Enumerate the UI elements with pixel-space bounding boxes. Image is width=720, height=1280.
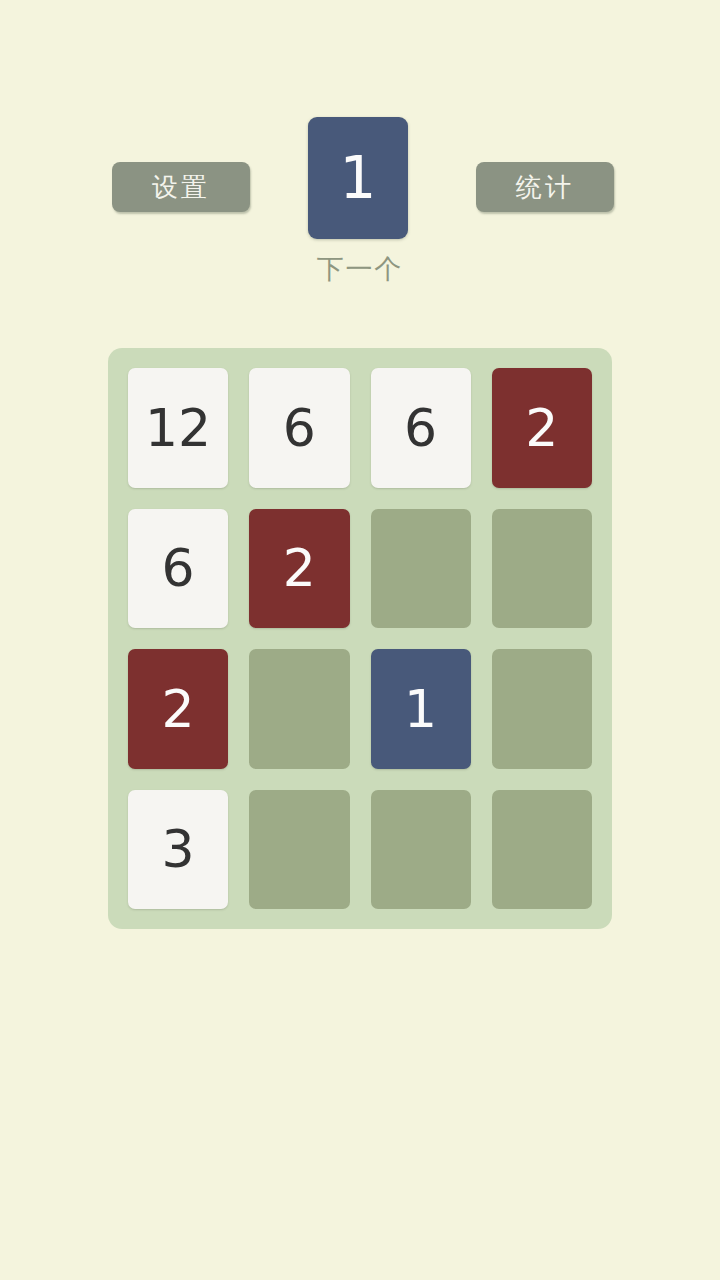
tile-3-r4c1[interactable]: 3 (128, 790, 228, 910)
board-grid[interactable]: 1266262213 (128, 368, 592, 909)
tile-2-r3c1[interactable]: 2 (128, 649, 228, 769)
tile-1-r3c3[interactable]: 1 (371, 649, 471, 769)
tile-6-r1c2[interactable]: 6 (249, 368, 349, 488)
cell-empty-r4c3[interactable] (371, 790, 471, 910)
tile-2-r1c4[interactable]: 2 (492, 368, 592, 488)
game-board[interactable]: 1266262213 (108, 348, 612, 929)
tile-2-r2c2[interactable]: 2 (249, 509, 349, 629)
settings-button[interactable]: 设置 (112, 162, 250, 212)
cell-empty-r3c2[interactable] (249, 649, 349, 769)
tile-12-r1c1[interactable]: 12 (128, 368, 228, 488)
cell-empty-r3c4[interactable] (492, 649, 592, 769)
next-tile-value: 1 (340, 144, 377, 212)
cell-empty-r4c4[interactable] (492, 790, 592, 910)
next-tile-card: 1 (308, 117, 408, 239)
cell-empty-r2c4[interactable] (492, 509, 592, 629)
cell-empty-r2c3[interactable] (371, 509, 471, 629)
next-tile-label: 下一个 (0, 251, 720, 287)
tile-6-r2c1[interactable]: 6 (128, 509, 228, 629)
stats-button[interactable]: 统计 (476, 162, 614, 212)
tile-6-r1c3[interactable]: 6 (371, 368, 471, 488)
cell-empty-r4c2[interactable] (249, 790, 349, 910)
